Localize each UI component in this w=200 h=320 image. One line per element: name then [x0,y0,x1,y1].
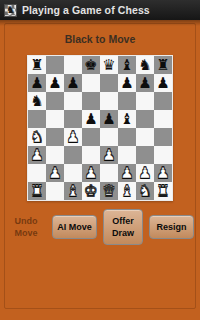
undo-move-button[interactable]: Undo Move [6,209,46,245]
square-b7[interactable]: ♟ [46,74,64,92]
button-label-line: Move [9,227,43,239]
square-g7[interactable]: ♟ [136,74,154,92]
square-e2[interactable] [100,164,118,182]
white-bishop: ♝ [64,182,82,200]
offer-draw-button[interactable]: Offer Draw [103,209,143,245]
turn-indicator: Black to Move [0,33,200,46]
square-g1[interactable]: ♞ [136,182,154,200]
square-a6[interactable]: ♞ [28,92,46,110]
square-d4[interactable] [82,128,100,146]
square-a7[interactable]: ♟ [28,74,46,92]
resign-button[interactable]: Resign [149,215,194,239]
white-knight: ♞ [28,128,46,146]
black-pawn: ♟ [154,74,172,92]
black-pawn: ♟ [28,74,46,92]
black-pawn: ♟ [118,74,136,92]
square-a4[interactable]: ♞ [28,128,46,146]
square-g5[interactable] [136,110,154,128]
square-h1[interactable]: ♜ [154,182,172,200]
white-queen: ♛ [100,182,118,200]
black-bishop: ♝ [118,56,136,74]
black-bishop: ♝ [118,110,136,128]
black-pawn: ♟ [46,74,64,92]
square-g6[interactable] [136,92,154,110]
square-g3[interactable] [136,146,154,164]
square-c6[interactable] [64,92,82,110]
square-d7[interactable] [82,74,100,92]
button-label-line: Resign [156,222,186,232]
square-b6[interactable] [46,92,64,110]
square-a2[interactable] [28,164,46,182]
white-rook: ♜ [28,182,46,200]
square-a5[interactable] [28,110,46,128]
square-h4[interactable] [154,128,172,146]
white-bishop: ♝ [118,182,136,200]
square-d8[interactable]: ♚ [82,56,100,74]
button-label-line: AI Move [57,222,92,232]
app-screen: { "game": "chess", "window": { "title": … [0,0,200,320]
square-b2[interactable]: ♟ [46,164,64,182]
square-f5[interactable]: ♝ [118,110,136,128]
square-g4[interactable] [136,128,154,146]
white-pawn: ♟ [64,128,82,146]
square-e1[interactable]: ♛ [100,182,118,200]
square-d6[interactable] [82,92,100,110]
square-h8[interactable]: ♜ [154,56,172,74]
black-knight: ♞ [136,56,154,74]
square-e5[interactable]: ♟ [100,110,118,128]
white-pawn: ♟ [118,164,136,182]
black-king: ♚ [82,56,100,74]
square-f3[interactable] [118,146,136,164]
button-label-line: Undo [15,216,38,226]
square-g2[interactable]: ♟ [136,164,154,182]
black-rook: ♜ [28,56,46,74]
square-h2[interactable]: ♟ [154,164,172,182]
black-pawn: ♟ [82,110,100,128]
black-knight: ♞ [28,92,46,110]
window-title: Playing a Game of Chess [22,4,150,16]
square-d3[interactable] [82,146,100,164]
white-knight: ♞ [136,182,154,200]
square-c1[interactable]: ♝ [64,182,82,200]
white-pawn: ♟ [154,164,172,182]
black-queen: ♛ [100,56,118,74]
square-b5[interactable] [46,110,64,128]
white-pawn: ♟ [136,164,154,182]
chessboard-app-icon: ♞ [4,4,17,17]
square-h7[interactable]: ♟ [154,74,172,92]
square-d2[interactable]: ♟ [82,164,100,182]
action-button-row: Undo Move AI Move Offer Draw Resign [6,209,194,245]
black-rook: ♜ [154,56,172,74]
square-c4[interactable]: ♟ [64,128,82,146]
white-pawn: ♟ [46,164,64,182]
square-f2[interactable]: ♟ [118,164,136,182]
square-h3[interactable] [154,146,172,164]
chess-board: ♜♚♛♝♞♜♟♟♟♟♟♟♞♟♟♝♞♟♟♟♟♟♟♟♟♜♝♚♛♝♞♜ [27,55,173,201]
square-h6[interactable] [154,92,172,110]
white-pawn: ♟ [82,164,100,182]
square-a3[interactable]: ♟ [28,146,46,164]
square-b8[interactable] [46,56,64,74]
square-e4[interactable] [100,128,118,146]
square-a1[interactable]: ♜ [28,182,46,200]
white-pawn: ♟ [28,146,46,164]
button-label-line: Draw [106,227,140,239]
white-pawn: ♟ [100,146,118,164]
white-king: ♚ [82,182,100,200]
square-b4[interactable] [46,128,64,146]
square-f8[interactable]: ♝ [118,56,136,74]
square-e7[interactable] [100,74,118,92]
square-b1[interactable] [46,182,64,200]
square-f7[interactable]: ♟ [118,74,136,92]
square-c3[interactable] [64,146,82,164]
ai-move-button[interactable]: AI Move [52,215,97,239]
square-a8[interactable]: ♜ [28,56,46,74]
square-c7[interactable]: ♟ [64,74,82,92]
white-rook: ♜ [154,182,172,200]
square-b3[interactable] [46,146,64,164]
knight-icon: ♞ [5,3,16,16]
square-e3[interactable]: ♟ [100,146,118,164]
square-c2[interactable] [64,164,82,182]
square-e6[interactable] [100,92,118,110]
titlebar-shadow [0,20,200,26]
button-label-line: Offer [112,216,134,226]
square-g8[interactable]: ♞ [136,56,154,74]
black-pawn: ♟ [64,74,82,92]
square-c8[interactable] [64,56,82,74]
square-f1[interactable]: ♝ [118,182,136,200]
square-d5[interactable]: ♟ [82,110,100,128]
square-d1[interactable]: ♚ [82,182,100,200]
square-f6[interactable] [118,92,136,110]
black-pawn: ♟ [100,110,118,128]
square-c5[interactable] [64,110,82,128]
black-pawn: ♟ [136,74,154,92]
square-e8[interactable]: ♛ [100,56,118,74]
title-bar: ♞ Playing a Game of Chess [0,0,200,20]
square-h5[interactable] [154,110,172,128]
square-f4[interactable] [118,128,136,146]
